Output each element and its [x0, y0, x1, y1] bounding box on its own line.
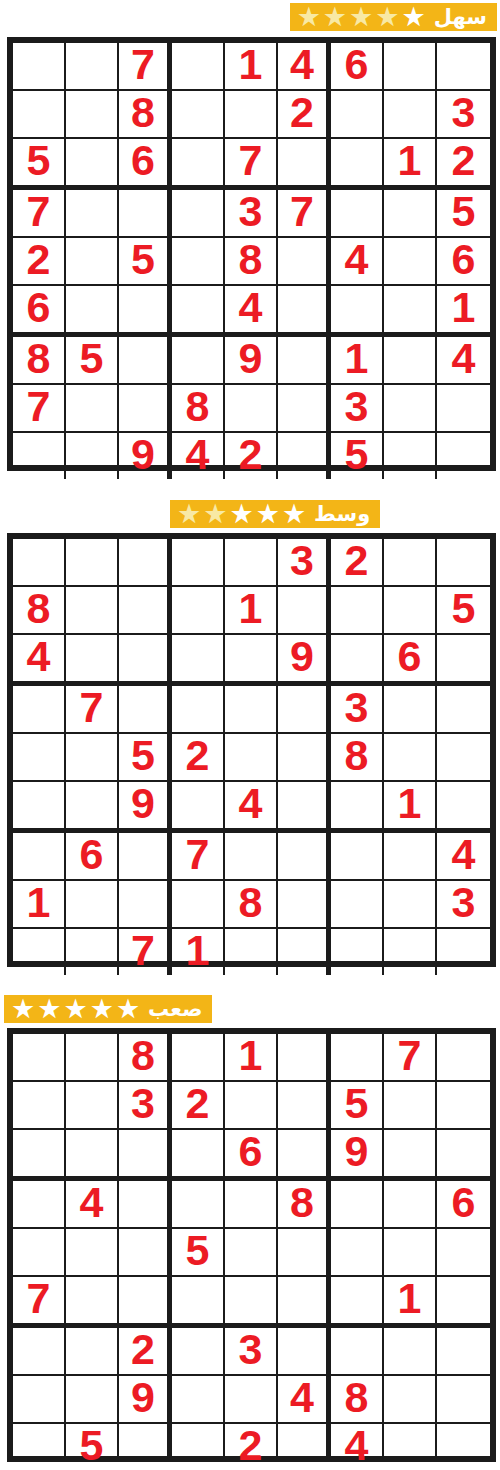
- empty-cell-hard-r7c2[interactable]: [66, 1328, 119, 1376]
- given-cell-hard-r2c4[interactable]: 2: [172, 1082, 225, 1130]
- empty-cell-medium-r1c2[interactable]: [66, 539, 119, 587]
- given-cell-hard-r8c3[interactable]: 9: [119, 1376, 172, 1424]
- star-filled-icon: ★: [402, 4, 426, 30]
- empty-cell-easy-r2c5[interactable]: [225, 91, 278, 139]
- given-cell-easy-r3c5[interactable]: 7: [225, 139, 278, 190]
- given-cell-easy-r8c4[interactable]: 8: [172, 385, 225, 433]
- empty-cell-medium-r3c3[interactable]: [119, 635, 172, 686]
- empty-cell-medium-r6c7[interactable]: [331, 782, 384, 833]
- given-cell-medium-r8c9[interactable]: 3: [437, 881, 490, 929]
- empty-cell-hard-r8c1[interactable]: [13, 1376, 66, 1424]
- given-cell-medium-r3c6[interactable]: 9: [278, 635, 331, 686]
- given-cell-easy-r9c4[interactable]: 4: [172, 433, 225, 479]
- given-cell-medium-r2c9[interactable]: 5: [437, 587, 490, 635]
- empty-cell-hard-r8c2[interactable]: [66, 1376, 119, 1424]
- given-cell-hard-r2c7[interactable]: 5: [331, 1082, 384, 1130]
- empty-cell-hard-r7c4[interactable]: [172, 1328, 225, 1376]
- given-cell-easy-r5c5[interactable]: 8: [225, 238, 278, 286]
- given-cell-hard-r1c8[interactable]: 7: [384, 1034, 437, 1082]
- empty-cell-medium-r8c6[interactable]: [278, 881, 331, 929]
- empty-cell-medium-r7c8[interactable]: [384, 833, 437, 881]
- given-cell-easy-r4c9[interactable]: 5: [437, 190, 490, 238]
- empty-cell-hard-r9c9[interactable]: [437, 1424, 490, 1462]
- puzzle-easy: ★★★★★ سهل 714682356712737525846641859147…: [0, 3, 500, 471]
- empty-cell-easy-r9c9[interactable]: [437, 433, 490, 479]
- empty-cell-hard-r1c4[interactable]: [172, 1034, 225, 1082]
- empty-cell-medium-r3c4[interactable]: [172, 635, 225, 686]
- empty-cell-hard-r9c8[interactable]: [384, 1424, 437, 1462]
- empty-cell-easy-r5c8[interactable]: [384, 238, 437, 286]
- given-cell-hard-r8c7[interactable]: 8: [331, 1376, 384, 1424]
- empty-cell-easy-r2c7[interactable]: [331, 91, 384, 139]
- empty-cell-medium-r6c4[interactable]: [172, 782, 225, 833]
- given-cell-medium-r7c4[interactable]: 7: [172, 833, 225, 881]
- given-cell-easy-r1c7[interactable]: 6: [331, 43, 384, 91]
- empty-cell-hard-r8c8[interactable]: [384, 1376, 437, 1424]
- empty-cell-hard-r3c8[interactable]: [384, 1130, 437, 1181]
- star-empty-icon: ★: [177, 501, 201, 527]
- empty-cell-easy-r5c6[interactable]: [278, 238, 331, 286]
- empty-cell-easy-r6c6[interactable]: [278, 286, 331, 337]
- empty-cell-hard-r3c9[interactable]: [437, 1130, 490, 1181]
- empty-cell-easy-r4c4[interactable]: [172, 190, 225, 238]
- star-filled-icon: ★: [63, 996, 87, 1022]
- given-cell-medium-r3c8[interactable]: 6: [384, 635, 437, 686]
- given-cell-easy-r8c7[interactable]: 3: [331, 385, 384, 433]
- given-cell-medium-r5c3[interactable]: 5: [119, 734, 172, 782]
- given-cell-easy-r8c1[interactable]: 7: [13, 385, 66, 433]
- given-cell-hard-r2c3[interactable]: 3: [119, 1082, 172, 1130]
- puzzle-hard: ★★★★★ صعب 8173256948657123948524: [0, 995, 500, 1462]
- empty-cell-easy-r1c4[interactable]: [172, 43, 225, 91]
- empty-cell-easy-r2c1[interactable]: [13, 91, 66, 139]
- empty-cell-hard-r9c4[interactable]: [172, 1424, 225, 1462]
- empty-cell-hard-r2c9[interactable]: [437, 1082, 490, 1130]
- difficulty-label-easy: سهل: [434, 4, 487, 30]
- empty-cell-medium-r7c1[interactable]: [13, 833, 66, 881]
- star-empty-icon: ★: [323, 4, 347, 30]
- empty-cell-medium-r8c8[interactable]: [384, 881, 437, 929]
- given-cell-hard-r4c2[interactable]: 4: [66, 1181, 119, 1229]
- given-cell-hard-r3c7[interactable]: 9: [331, 1130, 384, 1181]
- empty-cell-easy-r8c6[interactable]: [278, 385, 331, 433]
- given-cell-medium-r5c4[interactable]: 2: [172, 734, 225, 782]
- empty-cell-easy-r2c4[interactable]: [172, 91, 225, 139]
- given-cell-medium-r5c7[interactable]: 8: [331, 734, 384, 782]
- given-cell-medium-r7c2[interactable]: 6: [66, 833, 119, 881]
- empty-cell-medium-r9c6[interactable]: [278, 929, 331, 975]
- empty-cell-medium-r4c3[interactable]: [119, 686, 172, 734]
- empty-cell-medium-r3c5[interactable]: [225, 635, 278, 686]
- given-cell-easy-r7c1[interactable]: 8: [13, 337, 66, 385]
- given-cell-easy-r5c1[interactable]: 2: [13, 238, 66, 286]
- given-cell-hard-r7c3[interactable]: 2: [119, 1328, 172, 1376]
- given-cell-easy-r2c3[interactable]: 8: [119, 91, 172, 139]
- empty-cell-hard-r6c3[interactable]: [119, 1277, 172, 1328]
- empty-cell-hard-r1c7[interactable]: [331, 1034, 384, 1082]
- star-filled-icon: ★: [116, 996, 140, 1022]
- empty-cell-easy-r2c2[interactable]: [66, 91, 119, 139]
- empty-cell-medium-r5c1[interactable]: [13, 734, 66, 782]
- empty-cell-medium-r6c6[interactable]: [278, 782, 331, 833]
- empty-cell-easy-r1c2[interactable]: [66, 43, 119, 91]
- star-rating-hard: ★★★★★: [11, 996, 140, 1022]
- empty-cell-hard-r4c3[interactable]: [119, 1181, 172, 1229]
- empty-cell-easy-r7c4[interactable]: [172, 337, 225, 385]
- empty-cell-hard-r2c1[interactable]: [13, 1082, 66, 1130]
- empty-cell-medium-r1c1[interactable]: [13, 539, 66, 587]
- star-rating-medium: ★★★★★: [177, 501, 306, 527]
- empty-cell-medium-r8c2[interactable]: [66, 881, 119, 929]
- empty-cell-easy-r9c2[interactable]: [66, 433, 119, 479]
- empty-cell-easy-r3c6[interactable]: [278, 139, 331, 190]
- empty-cell-easy-r6c4[interactable]: [172, 286, 225, 337]
- empty-cell-hard-r4c7[interactable]: [331, 1181, 384, 1229]
- empty-cell-easy-r4c2[interactable]: [66, 190, 119, 238]
- sudoku-board-easy: 714682356712737525846641859147839425: [7, 37, 496, 471]
- given-cell-hard-r4c9[interactable]: 6: [437, 1181, 490, 1229]
- empty-cell-hard-r1c1[interactable]: [13, 1034, 66, 1082]
- empty-cell-medium-r9c7[interactable]: [331, 929, 384, 975]
- empty-cell-medium-r5c8[interactable]: [384, 734, 437, 782]
- empty-cell-hard-r1c9[interactable]: [437, 1034, 490, 1082]
- given-cell-easy-r2c6[interactable]: 2: [278, 91, 331, 139]
- empty-cell-easy-r1c8[interactable]: [384, 43, 437, 91]
- empty-cell-hard-r6c2[interactable]: [66, 1277, 119, 1328]
- given-cell-hard-r5c4[interactable]: 5: [172, 1229, 225, 1277]
- empty-cell-hard-r4c8[interactable]: [384, 1181, 437, 1229]
- empty-cell-easy-r6c7[interactable]: [331, 286, 384, 337]
- empty-cell-hard-r9c3[interactable]: [119, 1424, 172, 1462]
- given-cell-easy-r3c8[interactable]: 1: [384, 139, 437, 190]
- given-cell-medium-r6c8[interactable]: 1: [384, 782, 437, 833]
- empty-cell-hard-r7c9[interactable]: [437, 1328, 490, 1376]
- empty-cell-hard-r8c4[interactable]: [172, 1376, 225, 1424]
- empty-cell-hard-r5c9[interactable]: [437, 1229, 490, 1277]
- empty-cell-easy-r3c4[interactable]: [172, 139, 225, 190]
- star-empty-icon: ★: [297, 4, 321, 30]
- given-cell-easy-r3c1[interactable]: 5: [13, 139, 66, 190]
- empty-cell-medium-r3c7[interactable]: [331, 635, 384, 686]
- empty-cell-medium-r2c6[interactable]: [278, 587, 331, 635]
- empty-cell-hard-r4c5[interactable]: [225, 1181, 278, 1229]
- empty-cell-hard-r6c6[interactable]: [278, 1277, 331, 1328]
- empty-cell-hard-r2c8[interactable]: [384, 1082, 437, 1130]
- given-cell-medium-r8c5[interactable]: 8: [225, 881, 278, 929]
- empty-cell-medium-r4c6[interactable]: [278, 686, 331, 734]
- given-cell-easy-r1c6[interactable]: 4: [278, 43, 331, 91]
- given-cell-medium-r8c1[interactable]: 1: [13, 881, 66, 929]
- empty-cell-easy-r6c2[interactable]: [66, 286, 119, 337]
- empty-cell-medium-r7c6[interactable]: [278, 833, 331, 881]
- given-cell-easy-r1c3[interactable]: 7: [119, 43, 172, 91]
- empty-cell-medium-r4c9[interactable]: [437, 686, 490, 734]
- given-cell-easy-r1c5[interactable]: 1: [225, 43, 278, 91]
- given-cell-medium-r1c6[interactable]: 3: [278, 539, 331, 587]
- difficulty-banner-easy: ★★★★★ سهل: [290, 3, 497, 31]
- star-filled-icon: ★: [37, 996, 61, 1022]
- empty-cell-medium-r9c2[interactable]: [66, 929, 119, 975]
- empty-cell-hard-r4c1[interactable]: [13, 1181, 66, 1229]
- given-cell-hard-r6c1[interactable]: 7: [13, 1277, 66, 1328]
- empty-cell-easy-r8c9[interactable]: [437, 385, 490, 433]
- empty-cell-medium-r9c9[interactable]: [437, 929, 490, 975]
- empty-cell-easy-r8c5[interactable]: [225, 385, 278, 433]
- empty-cell-easy-r1c1[interactable]: [13, 43, 66, 91]
- given-cell-easy-r2c9[interactable]: 3: [437, 91, 490, 139]
- empty-cell-easy-r6c8[interactable]: [384, 286, 437, 337]
- given-cell-medium-r2c1[interactable]: 8: [13, 587, 66, 635]
- empty-cell-medium-r6c2[interactable]: [66, 782, 119, 833]
- given-cell-medium-r9c4[interactable]: 1: [172, 929, 225, 975]
- star-empty-icon: ★: [349, 4, 373, 30]
- empty-cell-medium-r5c9[interactable]: [437, 734, 490, 782]
- given-cell-easy-r7c7[interactable]: 1: [331, 337, 384, 385]
- empty-cell-hard-r9c6[interactable]: [278, 1424, 331, 1462]
- empty-cell-easy-r8c8[interactable]: [384, 385, 437, 433]
- empty-cell-hard-r4c4[interactable]: [172, 1181, 225, 1229]
- empty-cell-hard-r8c5[interactable]: [225, 1376, 278, 1424]
- sudoku-board-hard: 8173256948657123948524: [7, 1028, 496, 1462]
- empty-cell-medium-r7c3[interactable]: [119, 833, 172, 881]
- given-cell-easy-r3c3[interactable]: 6: [119, 139, 172, 190]
- empty-cell-hard-r5c6[interactable]: [278, 1229, 331, 1277]
- empty-cell-medium-r6c1[interactable]: [13, 782, 66, 833]
- empty-cell-medium-r1c4[interactable]: [172, 539, 225, 587]
- empty-cell-medium-r5c6[interactable]: [278, 734, 331, 782]
- empty-cell-easy-r9c1[interactable]: [13, 433, 66, 479]
- empty-cell-hard-r5c1[interactable]: [13, 1229, 66, 1277]
- empty-cell-medium-r4c5[interactable]: [225, 686, 278, 734]
- given-cell-easy-r3c9[interactable]: 2: [437, 139, 490, 190]
- empty-cell-hard-r6c9[interactable]: [437, 1277, 490, 1328]
- empty-cell-easy-r3c2[interactable]: [66, 139, 119, 190]
- empty-cell-medium-r5c5[interactable]: [225, 734, 278, 782]
- empty-cell-hard-r5c2[interactable]: [66, 1229, 119, 1277]
- empty-cell-hard-r5c7[interactable]: [331, 1229, 384, 1277]
- given-cell-easy-r7c2[interactable]: 5: [66, 337, 119, 385]
- empty-cell-medium-r1c9[interactable]: [437, 539, 490, 587]
- empty-cell-medium-r4c4[interactable]: [172, 686, 225, 734]
- empty-cell-easy-r6c3[interactable]: [119, 286, 172, 337]
- difficulty-banner-medium: ★★★★★ وسط: [170, 500, 380, 528]
- empty-cell-hard-r5c8[interactable]: [384, 1229, 437, 1277]
- empty-cell-hard-r5c3[interactable]: [119, 1229, 172, 1277]
- empty-cell-medium-r3c2[interactable]: [66, 635, 119, 686]
- empty-cell-hard-r3c4[interactable]: [172, 1130, 225, 1181]
- given-cell-medium-r4c2[interactable]: 7: [66, 686, 119, 734]
- given-cell-easy-r4c1[interactable]: 7: [13, 190, 66, 238]
- empty-cell-medium-r4c8[interactable]: [384, 686, 437, 734]
- empty-cell-hard-r9c1[interactable]: [13, 1424, 66, 1462]
- given-cell-medium-r1c7[interactable]: 2: [331, 539, 384, 587]
- given-cell-easy-r6c5[interactable]: 4: [225, 286, 278, 337]
- given-cell-hard-r3c5[interactable]: 6: [225, 1130, 278, 1181]
- difficulty-label-medium: وسط: [314, 501, 370, 527]
- given-cell-easy-r9c5[interactable]: 2: [225, 433, 278, 479]
- empty-cell-medium-r2c8[interactable]: [384, 587, 437, 635]
- given-cell-hard-r9c5[interactable]: 2: [225, 1424, 278, 1462]
- empty-cell-hard-r6c7[interactable]: [331, 1277, 384, 1328]
- star-filled-icon: ★: [90, 996, 114, 1022]
- empty-cell-medium-r2c2[interactable]: [66, 587, 119, 635]
- empty-cell-hard-r7c6[interactable]: [278, 1328, 331, 1376]
- empty-cell-hard-r3c3[interactable]: [119, 1130, 172, 1181]
- given-cell-easy-r6c1[interactable]: 6: [13, 286, 66, 337]
- empty-cell-hard-r6c5[interactable]: [225, 1277, 278, 1328]
- empty-cell-easy-r2c8[interactable]: [384, 91, 437, 139]
- difficulty-label-hard: صعب: [148, 996, 202, 1022]
- given-cell-hard-r7c5[interactable]: 3: [225, 1328, 278, 1376]
- star-empty-icon: ★: [375, 4, 399, 30]
- empty-cell-easy-r9c8[interactable]: [384, 433, 437, 479]
- given-cell-easy-r7c9[interactable]: 4: [437, 337, 490, 385]
- empty-cell-medium-r2c7[interactable]: [331, 587, 384, 635]
- empty-cell-medium-r3c9[interactable]: [437, 635, 490, 686]
- empty-cell-hard-r1c6[interactable]: [278, 1034, 331, 1082]
- empty-cell-hard-r7c8[interactable]: [384, 1328, 437, 1376]
- given-cell-medium-r7c9[interactable]: 4: [437, 833, 490, 881]
- empty-cell-hard-r6c4[interactable]: [172, 1277, 225, 1328]
- empty-cell-easy-r8c2[interactable]: [66, 385, 119, 433]
- empty-cell-medium-r1c3[interactable]: [119, 539, 172, 587]
- empty-cell-medium-r8c3[interactable]: [119, 881, 172, 929]
- empty-cell-hard-r2c5[interactable]: [225, 1082, 278, 1130]
- star-rating-easy: ★★★★★: [297, 4, 426, 30]
- empty-cell-medium-r8c4[interactable]: [172, 881, 225, 929]
- empty-cell-easy-r9c6[interactable]: [278, 433, 331, 479]
- empty-cell-easy-r8c3[interactable]: [119, 385, 172, 433]
- star-filled-icon: ★: [11, 996, 35, 1022]
- empty-cell-easy-r5c2[interactable]: [66, 238, 119, 286]
- empty-cell-easy-r4c3[interactable]: [119, 190, 172, 238]
- empty-cell-hard-r3c6[interactable]: [278, 1130, 331, 1181]
- empty-cell-medium-r7c7[interactable]: [331, 833, 384, 881]
- given-cell-easy-r4c5[interactable]: 3: [225, 190, 278, 238]
- given-cell-medium-r9c3[interactable]: 7: [119, 929, 172, 975]
- given-cell-easy-r4c6[interactable]: 7: [278, 190, 331, 238]
- given-cell-medium-r3c1[interactable]: 4: [13, 635, 66, 686]
- star-filled-icon: ★: [256, 501, 280, 527]
- difficulty-banner-hard: ★★★★★ صعب: [4, 995, 212, 1023]
- empty-cell-medium-r9c8[interactable]: [384, 929, 437, 975]
- empty-cell-hard-r5c5[interactable]: [225, 1229, 278, 1277]
- empty-cell-medium-r4c1[interactable]: [13, 686, 66, 734]
- given-cell-medium-r2c5[interactable]: 1: [225, 587, 278, 635]
- given-cell-hard-r8c6[interactable]: 4: [278, 1376, 331, 1424]
- given-cell-easy-r5c3[interactable]: 5: [119, 238, 172, 286]
- given-cell-hard-r6c8[interactable]: 1: [384, 1277, 437, 1328]
- empty-cell-hard-r1c2[interactable]: [66, 1034, 119, 1082]
- empty-cell-hard-r3c1[interactable]: [13, 1130, 66, 1181]
- empty-cell-medium-r2c4[interactable]: [172, 587, 225, 635]
- empty-cell-easy-r1c9[interactable]: [437, 43, 490, 91]
- given-cell-easy-r6c9[interactable]: 1: [437, 286, 490, 337]
- puzzle-medium: ★★★★★ وسط 328154967352894167418371: [0, 500, 500, 967]
- empty-cell-easy-r7c6[interactable]: [278, 337, 331, 385]
- given-cell-easy-r7c5[interactable]: 9: [225, 337, 278, 385]
- empty-cell-medium-r5c2[interactable]: [66, 734, 119, 782]
- given-cell-easy-r9c3[interactable]: 9: [119, 433, 172, 479]
- star-filled-icon: ★: [229, 501, 253, 527]
- given-cell-easy-r5c9[interactable]: 6: [437, 238, 490, 286]
- given-cell-easy-r9c7[interactable]: 5: [331, 433, 384, 479]
- empty-cell-medium-r2c3[interactable]: [119, 587, 172, 635]
- given-cell-hard-r4c6[interactable]: 8: [278, 1181, 331, 1229]
- empty-cell-easy-r3c7[interactable]: [331, 139, 384, 190]
- given-cell-medium-r4c7[interactable]: 3: [331, 686, 384, 734]
- sudoku-board-medium: 328154967352894167418371: [7, 533, 496, 967]
- empty-cell-medium-r9c1[interactable]: [13, 929, 66, 975]
- empty-cell-hard-r2c2[interactable]: [66, 1082, 119, 1130]
- star-filled-icon: ★: [282, 501, 306, 527]
- star-empty-icon: ★: [203, 501, 227, 527]
- empty-cell-medium-r6c9[interactable]: [437, 782, 490, 833]
- empty-cell-hard-r7c1[interactable]: [13, 1328, 66, 1376]
- empty-cell-medium-r9c5[interactable]: [225, 929, 278, 975]
- empty-cell-medium-r8c7[interactable]: [331, 881, 384, 929]
- given-cell-hard-r9c2[interactable]: 5: [66, 1424, 119, 1462]
- empty-cell-hard-r3c2[interactable]: [66, 1130, 119, 1181]
- given-cell-hard-r1c5[interactable]: 1: [225, 1034, 278, 1082]
- empty-cell-easy-r4c7[interactable]: [331, 190, 384, 238]
- empty-cell-hard-r8c9[interactable]: [437, 1376, 490, 1424]
- empty-cell-hard-r2c6[interactable]: [278, 1082, 331, 1130]
- empty-cell-medium-r1c8[interactable]: [384, 539, 437, 587]
- given-cell-hard-r9c7[interactable]: 4: [331, 1424, 384, 1462]
- given-cell-easy-r5c7[interactable]: 4: [331, 238, 384, 286]
- empty-cell-medium-r1c5[interactable]: [225, 539, 278, 587]
- empty-cell-hard-r7c7[interactable]: [331, 1328, 384, 1376]
- given-cell-medium-r6c5[interactable]: 4: [225, 782, 278, 833]
- given-cell-medium-r6c3[interactable]: 9: [119, 782, 172, 833]
- empty-cell-easy-r5c4[interactable]: [172, 238, 225, 286]
- given-cell-hard-r1c3[interactable]: 8: [119, 1034, 172, 1082]
- empty-cell-easy-r7c8[interactable]: [384, 337, 437, 385]
- empty-cell-easy-r4c8[interactable]: [384, 190, 437, 238]
- empty-cell-medium-r7c5[interactable]: [225, 833, 278, 881]
- empty-cell-easy-r7c3[interactable]: [119, 337, 172, 385]
